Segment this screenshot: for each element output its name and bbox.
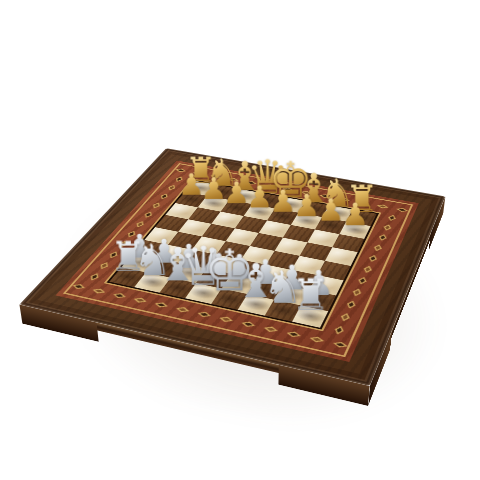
- diamond-inlay: [382, 224, 393, 232]
- diamond-inlay: [158, 193, 170, 200]
- diamond-inlay: [376, 204, 390, 210]
- diamond-inlay: [377, 234, 388, 242]
- diamond-inlay: [356, 200, 370, 206]
- diamond-inlay: [191, 171, 204, 176]
- diamond-inlay: [395, 207, 409, 213]
- diamond-inlay: [209, 174, 222, 179]
- diamond-inlay: [166, 184, 177, 191]
- diamond-inlay: [174, 176, 185, 183]
- diamond-inlay: [245, 180, 258, 185]
- diamond-inlay: [227, 177, 240, 182]
- diamond-inlay: [318, 193, 332, 199]
- diamond-inlay: [174, 168, 187, 173]
- photo-stage: ♜♞♝♛♚♝♞♜♟♟♟♟♟♟♟♟♟♟♟♟♟♟♟♟♜♞♝♛♚♝♞♜: [0, 0, 480, 480]
- diamond-inlay: [387, 214, 397, 221]
- diamond-inlay: [300, 190, 314, 195]
- diamond-inlay: [263, 184, 277, 189]
- chess-scene: ♜♞♝♛♚♝♞♜♟♟♟♟♟♟♟♟♟♟♟♟♟♟♟♟♜♞♝♛♚♝♞♜: [0, 0, 480, 480]
- diamond-inlay: [337, 197, 351, 203]
- diamond-inlay: [142, 211, 154, 218]
- diamond-inlay: [150, 202, 162, 209]
- silver-piece-glyph: ♜: [273, 273, 348, 316]
- diamond-inlay: [281, 187, 295, 192]
